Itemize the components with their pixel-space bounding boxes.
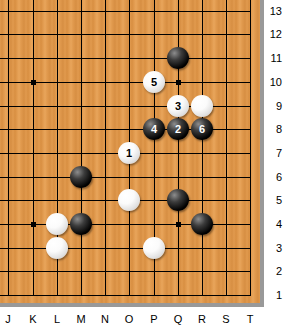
grid-line-row-11 — [0, 58, 251, 59]
row-label-11: 11 — [262, 50, 282, 66]
row-label-8: 8 — [262, 121, 282, 137]
go-board[interactable]: 426135 — [0, 0, 264, 307]
grid-line-row-13 — [0, 11, 251, 12]
grid-line-column-T — [250, 0, 251, 296]
stone-white-L4 — [46, 213, 68, 235]
go-diagram: 426135 13121110987654321 JKLMNOPQRST — [0, 0, 284, 332]
grid-line-row-8 — [0, 129, 251, 130]
row-label-5: 5 — [262, 192, 282, 208]
column-label-L: L — [45, 311, 69, 327]
stone-white-P3 — [143, 237, 165, 259]
grid-line-row-10 — [0, 82, 251, 83]
move-number-label: 3 — [175, 95, 181, 117]
column-label-M: M — [69, 311, 93, 327]
row-label-1: 1 — [262, 287, 282, 303]
grid-line-row-2 — [0, 271, 251, 272]
column-label-N: N — [93, 311, 117, 327]
grid-line-column-R — [202, 0, 203, 296]
stone-black-M4 — [70, 213, 92, 235]
grid-line-row-6 — [0, 177, 251, 178]
grid-line-row-4 — [0, 224, 251, 225]
column-label-K: K — [21, 311, 45, 327]
row-label-2: 2 — [262, 263, 282, 279]
stone-black-R4 — [191, 213, 213, 235]
grid-line-row-9 — [0, 106, 251, 107]
row-label-10: 10 — [262, 74, 282, 90]
stone-white-P10: 5 — [143, 71, 165, 93]
star-point-K4 — [31, 222, 36, 227]
stone-white-O7: 1 — [118, 142, 140, 164]
star-point-K10 — [31, 80, 36, 85]
row-label-3: 3 — [262, 240, 282, 256]
row-label-6: 6 — [262, 169, 282, 185]
stone-black-R8: 6 — [191, 118, 213, 140]
grid-line-column-K — [33, 0, 34, 296]
stone-white-O5 — [118, 189, 140, 211]
column-label-Q: Q — [166, 311, 190, 327]
column-label-O: O — [117, 311, 141, 327]
stone-black-Q5 — [167, 189, 189, 211]
star-point-Q4 — [176, 222, 181, 227]
move-number-label: 6 — [199, 118, 205, 140]
column-label-P: P — [142, 311, 166, 327]
star-point-Q10 — [176, 80, 181, 85]
move-number-label: 5 — [151, 71, 157, 93]
grid-line-row-1 — [0, 295, 251, 296]
row-label-7: 7 — [262, 145, 282, 161]
stone-white-L3 — [46, 237, 68, 259]
stone-white-Q9: 3 — [167, 95, 189, 117]
move-number-label: 2 — [175, 118, 181, 140]
grid-line-row-3 — [0, 248, 251, 249]
move-number-label: 1 — [126, 142, 132, 164]
row-label-13: 13 — [262, 3, 282, 19]
grid-line-row-12 — [0, 34, 251, 35]
stone-black-Q8: 2 — [167, 118, 189, 140]
grid-line-column-M — [81, 0, 82, 296]
row-label-9: 9 — [262, 98, 282, 114]
column-label-S: S — [214, 311, 238, 327]
column-label-T: T — [238, 311, 262, 327]
row-label-4: 4 — [262, 216, 282, 232]
stone-black-P8: 4 — [143, 118, 165, 140]
grid-line-column-S — [226, 0, 227, 296]
move-number-label: 4 — [151, 118, 157, 140]
grid-line-column-J — [8, 0, 9, 296]
grid-line-column-N — [105, 0, 106, 296]
column-label-J: J — [0, 311, 20, 327]
stone-black-Q11 — [167, 47, 189, 69]
row-label-12: 12 — [262, 26, 282, 42]
stone-black-M6 — [70, 166, 92, 188]
column-label-R: R — [190, 311, 214, 327]
grid-line-column-Q — [178, 0, 179, 296]
stone-white-R9 — [191, 95, 213, 117]
